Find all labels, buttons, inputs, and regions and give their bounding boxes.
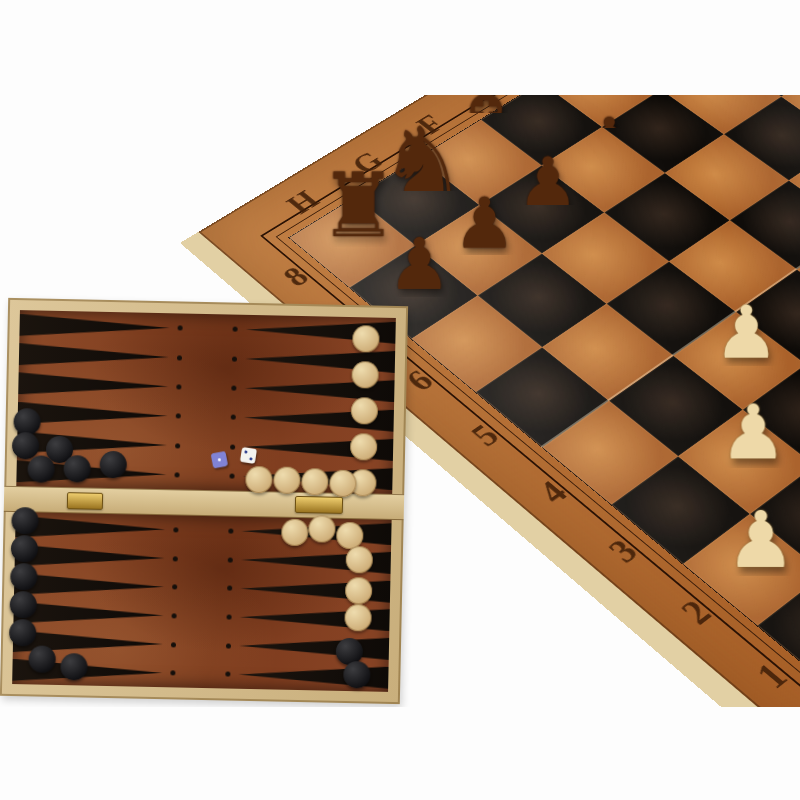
point-tip-dot [173,556,178,561]
brass-hinge [67,492,103,510]
point-tip-dot [228,557,233,562]
backgammon-point[interactable] [239,635,389,660]
chess-piece-dark-pawn-a7[interactable]: ♟ [374,165,465,297]
point-tip-dot [225,672,230,677]
checker-dark[interactable] [63,455,91,483]
checker-light[interactable] [281,518,309,546]
checker-light[interactable] [336,521,364,549]
checker-light[interactable] [344,603,372,631]
point-tip-dot [172,613,177,618]
point-tip-dot [178,326,183,331]
checker-dark[interactable] [10,562,38,590]
point-tip-dot [227,586,232,591]
die-pip [248,456,252,460]
backgammon-point[interactable] [18,372,168,397]
checker-dark[interactable] [10,534,38,562]
checker-light[interactable] [308,515,336,543]
die-pip [244,450,248,454]
backgammon-point[interactable] [17,431,167,456]
point-tip-dot [175,443,180,448]
checker-light[interactable] [352,325,380,353]
point-tip-dot [173,527,178,532]
checker-light[interactable] [350,397,378,425]
checker-light[interactable] [301,468,329,496]
checker-dark[interactable] [27,455,55,483]
point-tip-dot [176,414,181,419]
point-tip-dot [172,585,177,590]
point-tip-dot [226,643,231,648]
point-tip-dot [228,528,233,533]
point-tip-dot [227,614,232,619]
checker-light[interactable] [329,469,357,497]
checker-dark[interactable] [13,407,41,435]
checker-dark[interactable] [99,450,127,478]
checker-light[interactable] [273,466,301,494]
checker-dark[interactable] [9,590,37,618]
point-tip-dot [170,670,175,675]
point-tip-dot [176,384,181,389]
point-tip-dot [171,642,176,647]
point-tip-dot [232,356,237,361]
point-tip-dot [229,473,234,478]
point-tip-dot [177,355,182,360]
checker-light[interactable] [344,576,372,604]
die-white[interactable] [239,446,256,463]
checker-dark[interactable] [8,618,36,646]
checker-dark[interactable] [60,653,88,681]
brass-hinge [295,496,343,514]
backgammon-point[interactable] [18,402,168,427]
product-photo: HGFEDCBA ABCDEFGH 87654321 ♜♞♝♛♚♟♟♟♟♟♟♟♟… [0,0,800,800]
backgammon-point[interactable] [19,343,169,368]
backgammon-point[interactable] [19,314,169,339]
checker-dark[interactable] [28,645,56,673]
checker-light[interactable] [351,361,379,389]
chess-piece-light-pawn-a2[interactable]: ♟ [711,431,800,576]
backgammon-board [0,298,408,704]
checker-light[interactable] [245,465,273,493]
point-tip-dot [230,444,235,449]
die-pip [217,457,221,461]
checker-dark[interactable] [11,431,39,459]
die-purple[interactable] [210,451,228,469]
photo-area: HGFEDCBA ABCDEFGH 87654321 ♜♞♝♛♚♟♟♟♟♟♟♟♟… [0,95,800,707]
point-tip-dot [233,327,238,332]
checker-dark[interactable] [343,660,371,688]
point-tip-dot [231,385,236,390]
checker-dark[interactable] [11,506,39,534]
point-tip-dot [231,415,236,420]
point-tip-dot [174,472,179,477]
checker-light[interactable] [345,545,373,573]
checker-light[interactable] [349,433,377,461]
